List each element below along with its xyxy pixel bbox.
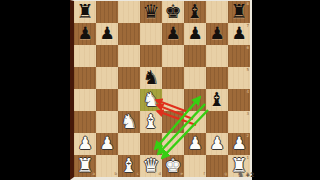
square-g5[interactable] [206,67,228,89]
square-d2[interactable] [140,133,162,155]
square-d8[interactable]: ♛ [140,1,162,23]
piece-black-bishop-g4: ♝ [206,88,228,110]
square-g3[interactable] [206,111,228,133]
rank-label-4: 4 [246,90,249,94]
piece-black-pawn-a7: ♟ [74,22,96,44]
square-c3[interactable]: ♞ [118,111,140,133]
rank-label-3: 3 [246,112,249,116]
square-a2[interactable]: ♟ [74,133,96,155]
square-e7[interactable]: ♟ [162,23,184,45]
square-d4[interactable]: ♞ [140,89,162,111]
square-e5[interactable] [162,67,184,89]
square-f2[interactable]: ♟ [184,133,206,155]
square-f4[interactable] [184,89,206,111]
square-g6[interactable] [206,45,228,67]
square-a6[interactable] [74,45,96,67]
square-g4[interactable]: ♝ [206,89,228,111]
letterbox-bar-left [0,0,70,180]
square-a4[interactable] [74,89,96,111]
square-h6[interactable]: 6 [228,45,250,67]
square-f6[interactable] [184,45,206,67]
square-b4[interactable] [96,89,118,111]
square-b6[interactable] [96,45,118,67]
square-a5[interactable] [74,67,96,89]
square-f3[interactable] [184,111,206,133]
square-h3[interactable]: 3 [228,111,250,133]
file-label-e: e [181,172,183,176]
square-f5[interactable] [184,67,206,89]
square-f8[interactable]: ♝ [184,1,206,23]
square-c2[interactable] [118,133,140,155]
square-c5[interactable] [118,67,140,89]
square-e3[interactable] [162,111,184,133]
square-d3[interactable]: ♝ [140,111,162,133]
square-a3[interactable] [74,111,96,133]
chess-board[interactable]: ♜♛♚♝♜8♟♟♟♟♟♟76♞5♞♝4♞♝3♟♟♟♟♟2♜ab♝c♛d♚efg♜… [74,1,250,177]
piece-white-pawn-f2: ♟ [184,132,206,154]
square-a8[interactable]: ♜ [74,1,96,23]
square-c6[interactable] [118,45,140,67]
file-label-b: b [114,172,117,176]
square-e6[interactable] [162,45,184,67]
piece-black-pawn-g7: ♟ [206,22,228,44]
square-g7[interactable]: ♟ [206,23,228,45]
piece-black-bishop-f8: ♝ [184,0,206,22]
square-d1[interactable]: ♛d [140,155,162,177]
piece-white-pawn-a2: ♟ [74,132,96,154]
square-h7[interactable]: ♟7 [228,23,250,45]
square-h5[interactable]: 5 [228,67,250,89]
chess-board-frame: ♜♛♚♝♜8♟♟♟♟♟♟76♞5♞♝4♞♝3♟♟♟♟♟2♜ab♝c♛d♚efg♜… [70,0,252,180]
file-label-a: a [93,172,95,176]
square-d5[interactable]: ♞ [140,67,162,89]
square-e2[interactable] [162,133,184,155]
square-b3[interactable] [96,111,118,133]
square-e1[interactable]: ♚e [162,155,184,177]
piece-white-pawn-b2: ♟ [96,132,118,154]
square-c7[interactable] [118,23,140,45]
piece-white-bishop-d3: ♝ [140,110,162,132]
square-b5[interactable] [96,67,118,89]
square-g1[interactable]: g [206,155,228,177]
rank-label-6: 6 [246,46,249,50]
letterbox-bar-right [252,0,320,180]
square-h4[interactable]: 4 [228,89,250,111]
piece-white-knight-c3: ♞ [118,110,140,132]
captured-knight-icon: ♞ [237,171,244,179]
video-frame: ♜♛♚♝♜8♟♟♟♟♟♟76♞5♞♝4♞♝3♟♟♟♟♟2♜ab♝c♛d♚efg♜… [0,0,320,180]
piece-black-rook-a8: ♜ [74,0,96,22]
square-g8[interactable] [206,1,228,23]
square-e4[interactable] [162,89,184,111]
piece-black-knight-d5: ♞ [140,66,162,88]
square-h2[interactable]: ♟2 [228,133,250,155]
piece-black-queen-d8: ♛ [140,0,162,22]
material-advantage-value: +2 [245,172,254,178]
square-b2[interactable]: ♟ [96,133,118,155]
rank-label-7: 7 [246,24,249,28]
square-h8[interactable]: ♜8 [228,1,250,23]
square-d7[interactable] [140,23,162,45]
square-d6[interactable] [140,45,162,67]
rank-label-1: 1 [246,156,249,160]
file-label-f: f [204,172,205,176]
file-label-d: d [158,172,161,176]
square-c4[interactable] [118,89,140,111]
square-c1[interactable]: ♝c [118,155,140,177]
rank-label-8: 8 [246,2,249,6]
material-advantage-badge: ♞ +2 [237,171,254,179]
square-b7[interactable]: ♟ [96,23,118,45]
rank-label-5: 5 [246,68,249,72]
square-b8[interactable] [96,1,118,23]
piece-black-king-e8: ♚ [162,0,184,22]
file-label-c: c [137,172,139,176]
piece-black-pawn-f7: ♟ [184,22,206,44]
square-f1[interactable]: f [184,155,206,177]
square-b1[interactable]: b [96,155,118,177]
square-e8[interactable]: ♚ [162,1,184,23]
rank-label-2: 2 [246,134,249,138]
piece-black-pawn-b7: ♟ [96,22,118,44]
piece-white-pawn-g2: ♟ [206,132,228,154]
piece-white-knight-d4: ♞ [140,88,162,110]
square-f7[interactable]: ♟ [184,23,206,45]
square-a1[interactable]: ♜a [74,155,96,177]
piece-black-pawn-e7: ♟ [162,22,184,44]
file-label-g: g [224,172,227,176]
square-g2[interactable]: ♟ [206,133,228,155]
square-c8[interactable] [118,1,140,23]
square-a7[interactable]: ♟ [74,23,96,45]
